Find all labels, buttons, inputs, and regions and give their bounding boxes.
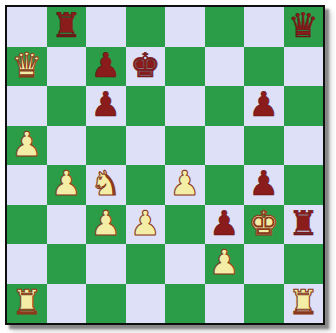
- piece-white-pawn[interactable]: ♟: [170, 165, 200, 204]
- square-e3[interactable]: [165, 205, 205, 245]
- square-c1[interactable]: [86, 284, 126, 324]
- square-e1[interactable]: [165, 284, 205, 324]
- square-a7[interactable]: ♛: [7, 47, 47, 87]
- square-d1[interactable]: [126, 284, 166, 324]
- square-d8[interactable]: [126, 7, 166, 47]
- square-e4[interactable]: ♟: [165, 165, 205, 205]
- square-b4[interactable]: ♟: [47, 165, 87, 205]
- piece-black-pawn[interactable]: ♟: [249, 165, 279, 204]
- piece-white-rook[interactable]: ♜: [288, 284, 318, 323]
- square-b5[interactable]: [47, 126, 87, 166]
- square-d4[interactable]: [126, 165, 166, 205]
- square-c2[interactable]: [86, 244, 126, 284]
- square-a6[interactable]: [7, 86, 47, 126]
- piece-white-pawn[interactable]: ♟: [91, 205, 121, 244]
- square-f7[interactable]: [205, 47, 245, 87]
- square-d7[interactable]: ♚: [126, 47, 166, 87]
- square-f3[interactable]: ♟: [205, 205, 245, 245]
- square-g8[interactable]: [244, 7, 284, 47]
- square-h3[interactable]: ♜: [284, 205, 324, 245]
- square-h8[interactable]: ♛: [284, 7, 324, 47]
- square-h2[interactable]: [284, 244, 324, 284]
- square-f4[interactable]: [205, 165, 245, 205]
- square-c3[interactable]: ♟: [86, 205, 126, 245]
- square-b2[interactable]: [47, 244, 87, 284]
- chess-board: ♜♛♛♟♚♟♟♟♟♞♟♟♟♟♟♚♜♟♜♜: [7, 7, 323, 323]
- square-h7[interactable]: [284, 47, 324, 87]
- square-a4[interactable]: [7, 165, 47, 205]
- piece-black-pawn[interactable]: ♟: [249, 86, 279, 125]
- piece-black-king[interactable]: ♚: [130, 47, 160, 86]
- square-b7[interactable]: [47, 47, 87, 87]
- square-a8[interactable]: [7, 7, 47, 47]
- square-f2[interactable]: ♟: [205, 244, 245, 284]
- piece-white-pawn[interactable]: ♟: [130, 205, 160, 244]
- square-f5[interactable]: [205, 126, 245, 166]
- square-b6[interactable]: [47, 86, 87, 126]
- square-h1[interactable]: ♜: [284, 284, 324, 324]
- square-g6[interactable]: ♟: [244, 86, 284, 126]
- square-g4[interactable]: ♟: [244, 165, 284, 205]
- board-frame: ♜♛♛♟♚♟♟♟♟♞♟♟♟♟♟♚♜♟♜♜: [5, 5, 325, 325]
- piece-white-pawn[interactable]: ♟: [12, 126, 42, 165]
- square-c4[interactable]: ♞: [86, 165, 126, 205]
- square-b3[interactable]: [47, 205, 87, 245]
- square-g5[interactable]: [244, 126, 284, 166]
- piece-white-queen[interactable]: ♛: [12, 47, 42, 86]
- square-c6[interactable]: ♟: [86, 86, 126, 126]
- piece-white-knight[interactable]: ♞: [91, 165, 121, 204]
- piece-black-queen[interactable]: ♛: [288, 7, 318, 46]
- square-a5[interactable]: ♟: [7, 126, 47, 166]
- square-a1[interactable]: ♜: [7, 284, 47, 324]
- square-b8[interactable]: ♜: [47, 7, 87, 47]
- piece-black-pawn[interactable]: ♟: [91, 86, 121, 125]
- square-e7[interactable]: [165, 47, 205, 87]
- square-d6[interactable]: [126, 86, 166, 126]
- square-c5[interactable]: [86, 126, 126, 166]
- square-f6[interactable]: [205, 86, 245, 126]
- piece-white-pawn[interactable]: ♟: [209, 244, 239, 283]
- square-c7[interactable]: ♟: [86, 47, 126, 87]
- square-f1[interactable]: [205, 284, 245, 324]
- page-background: ♜♛♛♟♚♟♟♟♟♞♟♟♟♟♟♚♜♟♜♜: [0, 0, 336, 333]
- piece-white-king[interactable]: ♚: [249, 205, 279, 244]
- square-a3[interactable]: [7, 205, 47, 245]
- square-e5[interactable]: [165, 126, 205, 166]
- square-e8[interactable]: [165, 7, 205, 47]
- square-g3[interactable]: ♚: [244, 205, 284, 245]
- piece-black-pawn[interactable]: ♟: [91, 47, 121, 86]
- square-b1[interactable]: [47, 284, 87, 324]
- piece-black-rook[interactable]: ♜: [288, 205, 318, 244]
- square-c8[interactable]: [86, 7, 126, 47]
- square-f8[interactable]: [205, 7, 245, 47]
- square-h5[interactable]: [284, 126, 324, 166]
- square-e6[interactable]: [165, 86, 205, 126]
- square-g7[interactable]: [244, 47, 284, 87]
- square-a2[interactable]: [7, 244, 47, 284]
- square-h6[interactable]: [284, 86, 324, 126]
- square-h4[interactable]: [284, 165, 324, 205]
- piece-black-pawn[interactable]: ♟: [209, 205, 239, 244]
- square-d3[interactable]: ♟: [126, 205, 166, 245]
- piece-white-rook[interactable]: ♜: [12, 284, 42, 323]
- square-d2[interactable]: [126, 244, 166, 284]
- piece-white-pawn[interactable]: ♟: [51, 165, 81, 204]
- square-g2[interactable]: [244, 244, 284, 284]
- piece-black-rook[interactable]: ♜: [51, 7, 81, 46]
- square-d5[interactable]: [126, 126, 166, 166]
- square-g1[interactable]: [244, 284, 284, 324]
- square-e2[interactable]: [165, 244, 205, 284]
